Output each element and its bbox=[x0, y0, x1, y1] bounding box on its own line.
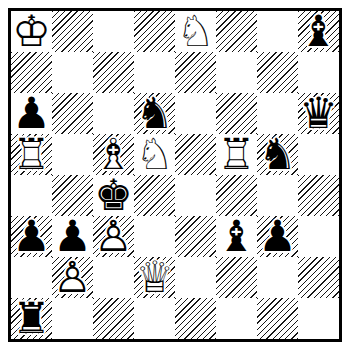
square-f8[interactable] bbox=[216, 11, 257, 52]
white-rook[interactable]: ♜♖ bbox=[11, 134, 52, 175]
square-h4[interactable] bbox=[298, 175, 339, 216]
black-pawn-glyph: ♟ bbox=[257, 216, 298, 257]
black-pawn-glyph: ♟ bbox=[11, 216, 52, 257]
square-b8[interactable] bbox=[52, 11, 93, 52]
square-a1[interactable]: ♜♜ bbox=[11, 298, 52, 339]
square-b2[interactable]: ♟♙ bbox=[52, 257, 93, 298]
black-pawn[interactable]: ♟♟ bbox=[11, 216, 52, 257]
black-rook-glyph: ♜ bbox=[11, 298, 52, 339]
square-g8[interactable] bbox=[257, 11, 298, 52]
square-e4[interactable] bbox=[175, 175, 216, 216]
black-bishop[interactable]: ♝♝ bbox=[216, 216, 257, 257]
square-b5[interactable] bbox=[52, 134, 93, 175]
white-knight-glyph: ♘ bbox=[175, 11, 216, 52]
white-rook-glyph: ♖ bbox=[216, 134, 257, 175]
square-a4[interactable] bbox=[11, 175, 52, 216]
square-e2[interactable] bbox=[175, 257, 216, 298]
square-b6[interactable] bbox=[52, 93, 93, 134]
black-pawn[interactable]: ♟♟ bbox=[11, 93, 52, 134]
square-d5[interactable]: ♞♘ bbox=[134, 134, 175, 175]
square-c8[interactable] bbox=[93, 11, 134, 52]
square-g2[interactable] bbox=[257, 257, 298, 298]
black-pawn-glyph: ♟ bbox=[11, 93, 52, 134]
square-c3[interactable]: ♟♙ bbox=[93, 216, 134, 257]
white-knight-glyph: ♘ bbox=[134, 134, 175, 175]
square-d7[interactable] bbox=[134, 52, 175, 93]
square-h6[interactable]: ♛♛ bbox=[298, 93, 339, 134]
white-pawn[interactable]: ♟♙ bbox=[93, 216, 134, 257]
square-h3[interactable] bbox=[298, 216, 339, 257]
square-c7[interactable] bbox=[93, 52, 134, 93]
square-g5[interactable]: ♞♞ bbox=[257, 134, 298, 175]
square-b7[interactable] bbox=[52, 52, 93, 93]
black-rook[interactable]: ♜♜ bbox=[11, 298, 52, 339]
square-e7[interactable] bbox=[175, 52, 216, 93]
square-h5[interactable] bbox=[298, 134, 339, 175]
chess-board: ♚♔♞♘♝♝♟♟♞♞♛♛♜♖♝♗♞♘♜♖♞♞♚♚♟♟♟♟♟♙♝♝♟♟♟♙♛♕♜♜ bbox=[11, 11, 339, 339]
square-b4[interactable] bbox=[52, 175, 93, 216]
white-queen-glyph: ♕ bbox=[134, 257, 175, 298]
white-rook-glyph: ♖ bbox=[11, 134, 52, 175]
square-b3[interactable]: ♟♟ bbox=[52, 216, 93, 257]
black-pawn-glyph: ♟ bbox=[52, 216, 93, 257]
square-a6[interactable]: ♟♟ bbox=[11, 93, 52, 134]
black-queen-glyph: ♛ bbox=[298, 93, 339, 134]
white-pawn-glyph: ♙ bbox=[52, 257, 93, 298]
square-c4[interactable]: ♚♚ bbox=[93, 175, 134, 216]
black-queen[interactable]: ♛♛ bbox=[298, 93, 339, 134]
square-f6[interactable] bbox=[216, 93, 257, 134]
square-c2[interactable] bbox=[93, 257, 134, 298]
square-e6[interactable] bbox=[175, 93, 216, 134]
square-g6[interactable] bbox=[257, 93, 298, 134]
white-pawn[interactable]: ♟♙ bbox=[52, 257, 93, 298]
white-knight[interactable]: ♞♘ bbox=[134, 134, 175, 175]
black-knight-glyph: ♞ bbox=[134, 93, 175, 134]
square-c5[interactable]: ♝♗ bbox=[93, 134, 134, 175]
square-h1[interactable] bbox=[298, 298, 339, 339]
white-king-glyph: ♔ bbox=[11, 11, 52, 52]
square-e5[interactable] bbox=[175, 134, 216, 175]
square-f1[interactable] bbox=[216, 298, 257, 339]
white-pawn-glyph: ♙ bbox=[93, 216, 134, 257]
square-h8[interactable]: ♝♝ bbox=[298, 11, 339, 52]
square-g1[interactable] bbox=[257, 298, 298, 339]
black-pawn[interactable]: ♟♟ bbox=[52, 216, 93, 257]
square-a7[interactable] bbox=[11, 52, 52, 93]
square-d4[interactable] bbox=[134, 175, 175, 216]
square-c6[interactable] bbox=[93, 93, 134, 134]
black-king[interactable]: ♚♚ bbox=[93, 175, 134, 216]
square-b1[interactable] bbox=[52, 298, 93, 339]
square-c1[interactable] bbox=[93, 298, 134, 339]
white-bishop-glyph: ♗ bbox=[93, 134, 134, 175]
square-e1[interactable] bbox=[175, 298, 216, 339]
square-d1[interactable] bbox=[134, 298, 175, 339]
black-bishop[interactable]: ♝♝ bbox=[298, 11, 339, 52]
square-a3[interactable]: ♟♟ bbox=[11, 216, 52, 257]
square-e8[interactable]: ♞♘ bbox=[175, 11, 216, 52]
black-knight-glyph: ♞ bbox=[257, 134, 298, 175]
square-f4[interactable] bbox=[216, 175, 257, 216]
square-e3[interactable] bbox=[175, 216, 216, 257]
square-f5[interactable]: ♜♖ bbox=[216, 134, 257, 175]
square-a2[interactable] bbox=[11, 257, 52, 298]
black-knight[interactable]: ♞♞ bbox=[257, 134, 298, 175]
square-g4[interactable] bbox=[257, 175, 298, 216]
square-f3[interactable]: ♝♝ bbox=[216, 216, 257, 257]
black-pawn[interactable]: ♟♟ bbox=[257, 216, 298, 257]
black-knight[interactable]: ♞♞ bbox=[134, 93, 175, 134]
square-h7[interactable] bbox=[298, 52, 339, 93]
chess-diagram: ♚♔♞♘♝♝♟♟♞♞♛♛♜♖♝♗♞♘♜♖♞♞♚♚♟♟♟♟♟♙♝♝♟♟♟♙♛♕♜♜ bbox=[0, 0, 350, 350]
square-g3[interactable]: ♟♟ bbox=[257, 216, 298, 257]
square-a8[interactable]: ♚♔ bbox=[11, 11, 52, 52]
square-d8[interactable] bbox=[134, 11, 175, 52]
white-queen[interactable]: ♛♕ bbox=[134, 257, 175, 298]
square-d3[interactable] bbox=[134, 216, 175, 257]
square-f2[interactable] bbox=[216, 257, 257, 298]
square-h2[interactable] bbox=[298, 257, 339, 298]
white-bishop[interactable]: ♝♗ bbox=[93, 134, 134, 175]
square-d6[interactable]: ♞♞ bbox=[134, 93, 175, 134]
square-g7[interactable] bbox=[257, 52, 298, 93]
white-king[interactable]: ♚♔ bbox=[11, 11, 52, 52]
black-king-glyph: ♚ bbox=[93, 175, 134, 216]
square-f7[interactable] bbox=[216, 52, 257, 93]
black-bishop-glyph: ♝ bbox=[298, 11, 339, 52]
white-knight[interactable]: ♞♘ bbox=[175, 11, 216, 52]
white-rook[interactable]: ♜♖ bbox=[216, 134, 257, 175]
black-bishop-glyph: ♝ bbox=[216, 216, 257, 257]
board-frame: ♚♔♞♘♝♝♟♟♞♞♛♛♜♖♝♗♞♘♜♖♞♞♚♚♟♟♟♟♟♙♝♝♟♟♟♙♛♕♜♜ bbox=[8, 8, 342, 342]
square-a5[interactable]: ♜♖ bbox=[11, 134, 52, 175]
square-d2[interactable]: ♛♕ bbox=[134, 257, 175, 298]
